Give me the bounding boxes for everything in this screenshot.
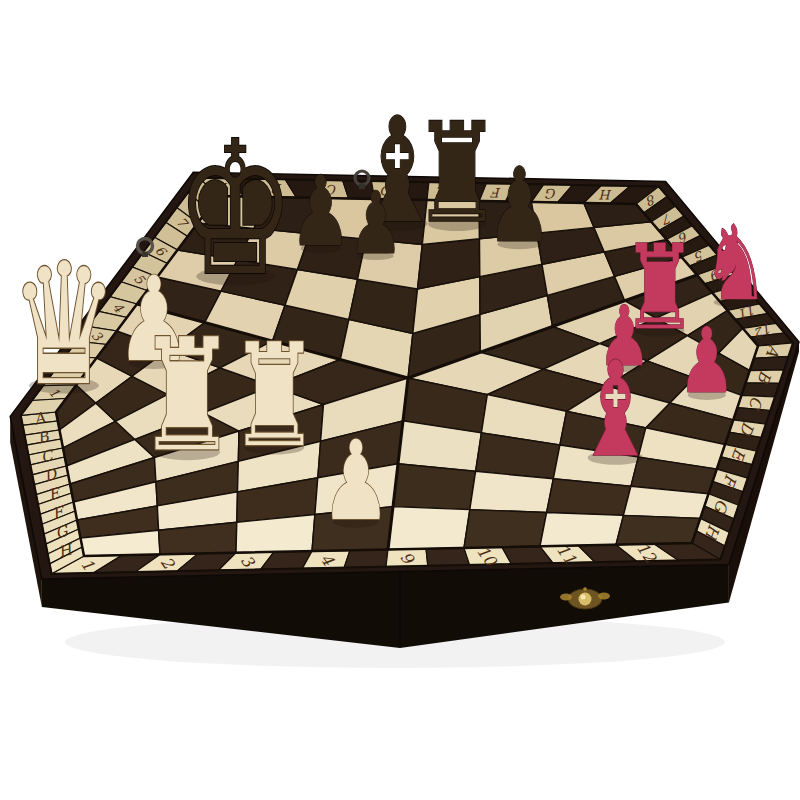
black-pawn[interactable]: ♟	[486, 146, 552, 265]
black-pawn[interactable]: ♟	[289, 156, 352, 268]
border-strip-cell	[742, 383, 780, 397]
three-player-chess-set: Chess for Three Players ABCDEFGH87659101…	[0, 0, 800, 800]
white-pawn-glyph: ♟	[320, 417, 391, 546]
black-king[interactable]: ♚	[176, 101, 295, 317]
border-strip-cell	[344, 550, 388, 568]
white-rook[interactable]: ♜	[137, 306, 237, 486]
red-pawn[interactable]: ♟	[678, 308, 736, 412]
black-pawn-glyph: ♟	[348, 173, 404, 274]
border-strip-cell	[426, 548, 470, 566]
black-pawn-glyph: ♟	[289, 156, 352, 268]
white-rook-glyph: ♜	[228, 313, 320, 478]
cell-red-h12	[616, 515, 700, 544]
cell-red-h10	[464, 510, 547, 548]
black-king-glyph: ♚	[176, 101, 295, 317]
border-strip-cell	[750, 356, 789, 370]
board-photo-svg: ABCDEFGH87659101112ABCDEFGH12349101112AB…	[0, 0, 800, 800]
red-bishop-glyph: ♝	[573, 333, 658, 486]
red-knight[interactable]: ♞	[703, 204, 769, 323]
edge-label-top-H: H	[599, 187, 612, 202]
red-bishop[interactable]: ♝	[573, 333, 658, 486]
red-knight-glyph: ♞	[703, 204, 769, 323]
cell-red-h9	[388, 507, 470, 550]
white-pawn[interactable]: ♟	[320, 417, 391, 546]
red-pawn-glyph: ♟	[678, 308, 736, 412]
black-pawn[interactable]: ♟	[348, 173, 404, 274]
white-queen-glyph: ♛	[10, 226, 118, 422]
white-rook-glyph: ♜	[137, 306, 237, 486]
black-pawn-glyph: ♟	[486, 146, 552, 265]
cell-red-g9	[393, 464, 476, 510]
white-rook[interactable]: ♜	[228, 313, 320, 478]
cell-red-g10	[470, 471, 554, 512]
white-queen[interactable]: ♛	[10, 226, 118, 422]
cell-red-h11	[540, 513, 623, 547]
